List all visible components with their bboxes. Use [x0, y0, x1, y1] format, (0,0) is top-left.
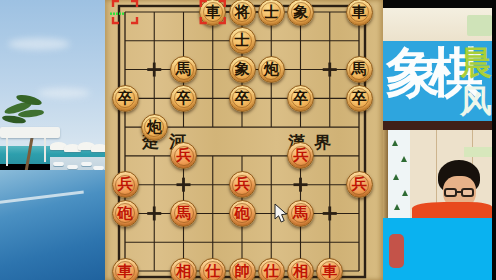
shelf-decor	[467, 15, 492, 36]
piece-black-士[interactable]: 士	[258, 0, 285, 26]
piece-black-車[interactable]: 車	[346, 0, 373, 26]
piece-red-砲[interactable]: 砲	[112, 200, 139, 227]
piece-black-馬[interactable]: 馬	[346, 56, 373, 83]
piece-black-馬[interactable]: 馬	[170, 56, 197, 83]
room-top-strip	[383, 8, 492, 41]
webcam-video	[388, 130, 492, 218]
xiangqi-board[interactable]: 楚河漢界 車将士象車士馬象炮馬卒卒卒卒卒炮兵兵兵兵兵砲馬砲馬車相仕帥仕相車	[105, 0, 383, 280]
piece-black-炮[interactable]: 炮	[141, 114, 168, 141]
right-panel: 象棋 晨 风	[383, 0, 496, 280]
swimming-pool	[0, 170, 107, 280]
banner-subtitle-top: 晨	[460, 47, 492, 79]
pavilion-pole	[44, 138, 46, 162]
glasses-icon	[444, 188, 476, 197]
piece-black-卒[interactable]: 卒	[170, 85, 197, 112]
pavilion-roof	[0, 127, 60, 138]
piece-red-車[interactable]: 車	[112, 258, 139, 280]
piece-black-象[interactable]: 象	[229, 56, 256, 83]
piece-red-兵[interactable]: 兵	[112, 171, 139, 198]
cabinet-sticker	[464, 147, 492, 157]
piece-red-仕[interactable]: 仕	[258, 258, 285, 280]
piece-red-馬[interactable]: 馬	[170, 200, 197, 227]
resort-photo-background	[0, 0, 107, 280]
piece-black-卒[interactable]: 卒	[112, 85, 139, 112]
piece-black-車[interactable]: 車	[199, 0, 226, 26]
piece-black-象[interactable]: 象	[287, 0, 314, 26]
cloud	[8, 38, 70, 50]
top-black-band	[383, 0, 496, 8]
video-frame: 楚河漢界 車将士象車士馬象炮馬卒卒卒卒卒炮兵兵兵兵兵砲馬砲馬車相仕帥仕相車 象棋…	[0, 0, 496, 280]
piece-red-相[interactable]: 相	[170, 258, 197, 280]
piece-black-将[interactable]: 将	[229, 0, 256, 26]
right-black-strip	[492, 0, 496, 280]
piece-black-卒[interactable]: 卒	[287, 85, 314, 112]
banner-subtitle-bottom: 风	[460, 85, 492, 117]
piece-red-兵[interactable]: 兵	[346, 171, 373, 198]
board-edge-strip	[383, 130, 388, 218]
piece-red-相[interactable]: 相	[287, 258, 314, 280]
wallpaper-strip	[388, 130, 410, 218]
piece-red-馬[interactable]: 馬	[287, 200, 314, 227]
piece-black-卒[interactable]: 卒	[346, 85, 373, 112]
piece-black-士[interactable]: 士	[229, 27, 256, 54]
channel-banner: 象棋 晨 风	[383, 41, 492, 121]
pavilion-pole	[6, 138, 8, 166]
piece-red-兵[interactable]: 兵	[229, 171, 256, 198]
piece-red-帥[interactable]: 帥	[229, 258, 256, 280]
piece-black-卒[interactable]: 卒	[229, 85, 256, 112]
cloud	[38, 88, 90, 98]
piece-red-砲[interactable]: 砲	[229, 200, 256, 227]
streamer-shirt	[412, 202, 492, 218]
banner-webcam-divider	[383, 121, 492, 130]
piece-black-炮[interactable]: 炮	[258, 56, 285, 83]
logo-fragment	[389, 234, 404, 268]
